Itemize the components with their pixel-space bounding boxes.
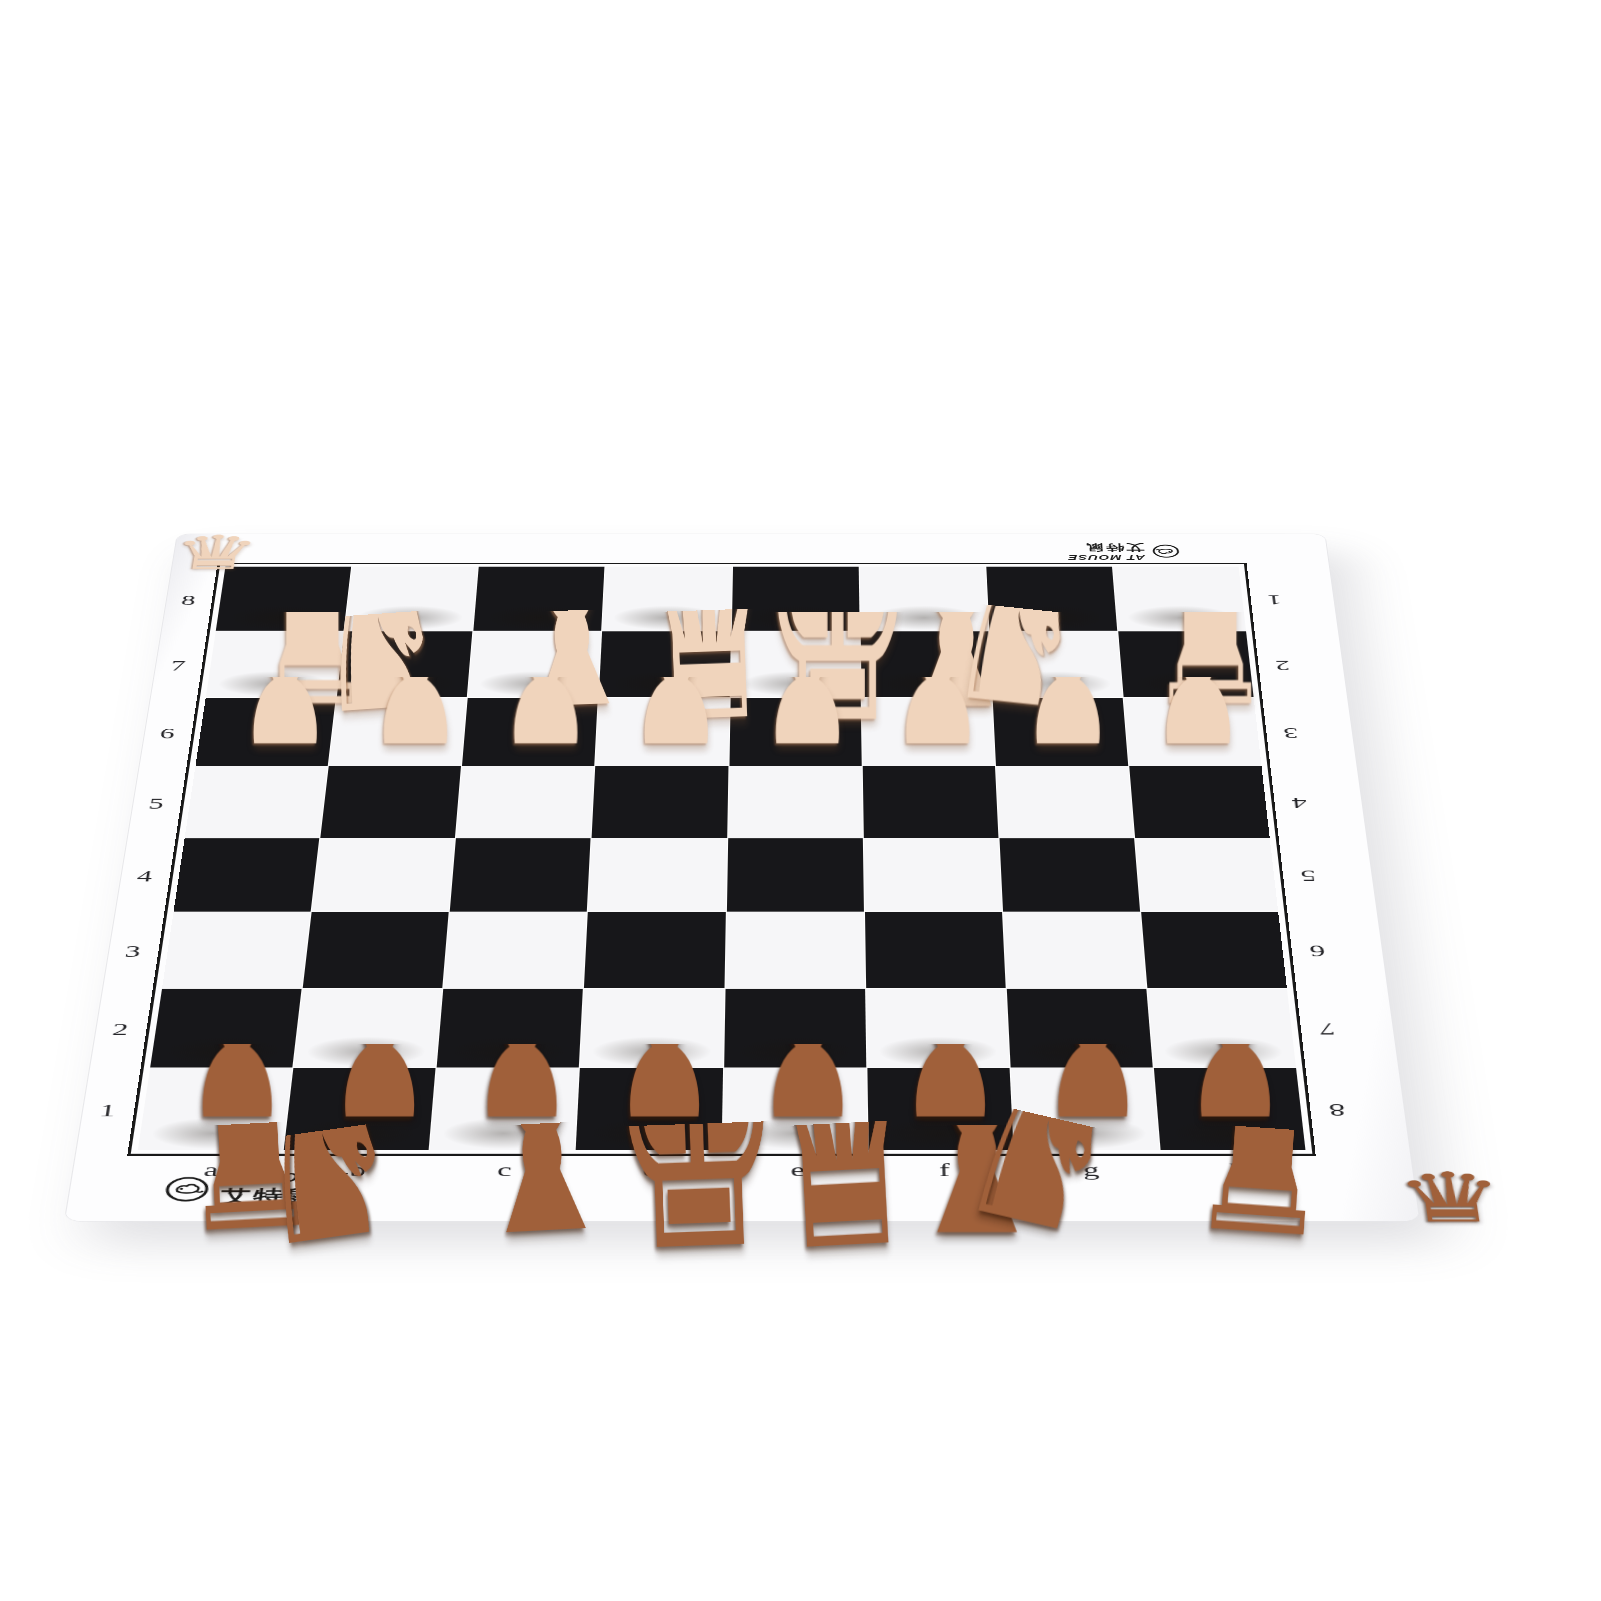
board-area: ♜♞♝♛♚♝♞♜♟♟♟♟♟♟♟♟♟♟♟♟♟♟♟♟♜♞♝♚♛♝♞♜ 81a72b6… <box>127 562 1315 1155</box>
square-b6 <box>328 697 466 765</box>
square-g1: ♞ <box>1010 1068 1159 1150</box>
brand-name-en: AT MOUSE <box>222 1170 349 1184</box>
square-b4 <box>311 838 454 911</box>
file-label-d: d <box>642 1160 659 1179</box>
square-f6 <box>861 697 994 765</box>
square-a4 <box>173 838 319 911</box>
square-d6 <box>595 697 729 765</box>
square-c7: ♟ <box>468 631 602 697</box>
square-d4 <box>588 838 727 911</box>
product-photo-stage: ♜♞♝♛♚♝♞♜♟♟♟♟♟♟♟♟♟♟♟♟♟♟♟♟♜♞♝♚♛♝♞♜ 81a72b6… <box>0 0 1601 1601</box>
perspective-scene: ♜♞♝♛♚♝♞♜♟♟♟♟♟♟♟♟♟♟♟♟♟♟♟♟♜♞♝♚♛♝♞♜ 81a72b6… <box>0 0 1601 1601</box>
square-h5 <box>1129 766 1270 837</box>
square-g5 <box>995 766 1133 837</box>
chess-board-grid: ♜♞♝♛♚♝♞♜♟♟♟♟♟♟♟♟♟♟♟♟♟♟♟♟♜♞♝♚♛♝♞♜ <box>137 566 1305 1149</box>
square-g7: ♟ <box>989 631 1122 697</box>
file-label-c: c <box>496 1160 512 1179</box>
rank-label-right-3: 3 <box>1282 725 1298 740</box>
piece-black-rook-h1: ♜ <box>1190 1122 1269 1128</box>
piece-black-knight-b1: ♞ <box>319 1119 398 1130</box>
square-c6 <box>462 697 598 765</box>
rank-label-left-7: 7 <box>169 658 186 673</box>
square-h4 <box>1134 838 1277 911</box>
piece-black-rook-a1: ♜ <box>173 1123 252 1127</box>
square-d7: ♟ <box>599 631 730 697</box>
square-g4 <box>999 838 1140 911</box>
square-h1: ♜ <box>1153 1068 1305 1150</box>
file-label-f: f <box>938 1160 949 1179</box>
square-g6 <box>992 697 1128 765</box>
rank-label-left-1: 1 <box>98 1101 117 1119</box>
rank-label-left-2: 2 <box>111 1020 129 1038</box>
rank-label-left-3: 3 <box>123 942 141 959</box>
mouse-logo-icon <box>161 1175 212 1203</box>
brand-name-zh: 艾特鼠 <box>219 1184 348 1207</box>
brand-logo-bottom-left: AT MOUSE 艾特鼠 <box>160 1170 349 1207</box>
square-c5 <box>456 766 594 837</box>
square-b7: ♟ <box>336 631 472 697</box>
file-label-g: g <box>1082 1160 1099 1179</box>
rank-label-left-4: 4 <box>135 867 153 883</box>
square-c4 <box>450 838 591 911</box>
rank-label-right-1: 1 <box>1266 593 1282 607</box>
piece-black-knight-g1: ♞ <box>1046 1116 1123 1134</box>
file-label-b: b <box>348 1160 366 1179</box>
square-a7: ♟ <box>205 631 343 697</box>
file-label-e: e <box>790 1160 804 1179</box>
square-e5 <box>727 766 862 837</box>
piece-black-queen-e1: ♛ <box>755 1123 834 1127</box>
rank-label-right-2: 2 <box>1274 658 1290 673</box>
square-h7: ♟ <box>1118 631 1254 697</box>
roll-up-chess-mat: ♜♞♝♛♚♝♞♜♟♟♟♟♟♟♟♟♟♟♟♟♟♟♟♟♜♞♝♚♛♝♞♜ 81a72b6… <box>64 534 1418 1221</box>
square-d5 <box>591 766 727 837</box>
square-h6 <box>1123 697 1261 765</box>
file-label-h: h <box>1228 1160 1246 1179</box>
brand-text: AT MOUSE 艾特鼠 <box>219 1170 349 1207</box>
square-a5 <box>184 766 327 837</box>
piece-black-king-d1: ♚ <box>609 1124 688 1127</box>
square-e6 <box>728 697 860 765</box>
rank-label-right-4: 4 <box>1291 795 1308 811</box>
square-e4 <box>726 838 863 911</box>
square-b1: ♞ <box>283 1068 435 1150</box>
square-e7: ♟ <box>730 631 860 697</box>
square-b5 <box>320 766 461 837</box>
piece-black-bishop-c1: ♝ <box>464 1123 543 1127</box>
rank-label-left-6: 6 <box>158 725 175 740</box>
square-a6 <box>195 697 335 765</box>
square-f5 <box>862 766 998 837</box>
rank-label-left-5: 5 <box>147 795 164 811</box>
square-f7: ♟ <box>860 631 991 697</box>
square-f4 <box>863 838 1001 911</box>
rank-label-left-8: 8 <box>180 593 196 607</box>
rank-label-right-5: 5 <box>1299 867 1316 883</box>
square-c1: ♝ <box>429 1068 578 1150</box>
